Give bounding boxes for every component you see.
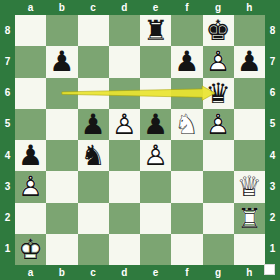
square-c5[interactable]: ♟ xyxy=(78,109,109,140)
file-label-f: f xyxy=(171,265,202,280)
square-f2[interactable] xyxy=(171,203,202,234)
square-b6[interactable] xyxy=(46,78,77,109)
piece-white-queen[interactable]: ♛♕ xyxy=(234,171,265,202)
piece-black-pawn[interactable]: ♟ xyxy=(78,109,109,140)
square-b7[interactable]: ♟ xyxy=(46,46,77,77)
file-label-c: c xyxy=(78,265,109,280)
piece-white-knight[interactable]: ♞♘ xyxy=(171,109,202,140)
rank-label-7: 7 xyxy=(0,46,15,77)
square-e3[interactable] xyxy=(140,171,171,202)
white-pawn-outline: ♙ xyxy=(15,171,46,202)
square-b4[interactable] xyxy=(46,140,77,171)
rank-label-1: 1 xyxy=(265,234,280,265)
square-b1[interactable] xyxy=(46,234,77,265)
square-f5[interactable]: ♞♘ xyxy=(171,109,202,140)
square-e2[interactable] xyxy=(140,203,171,234)
file-label-d: d xyxy=(109,265,140,280)
square-a8[interactable] xyxy=(15,15,46,46)
file-labels-bottom: abcdefgh xyxy=(15,265,265,280)
rank-label-3: 3 xyxy=(265,171,280,202)
white-pawn-outline: ♙ xyxy=(140,140,171,171)
rank-label-3: 3 xyxy=(0,171,15,202)
square-a2[interactable] xyxy=(15,203,46,234)
square-b8[interactable] xyxy=(46,15,77,46)
square-f6[interactable] xyxy=(171,78,202,109)
square-d6[interactable] xyxy=(109,78,140,109)
square-c2[interactable] xyxy=(78,203,109,234)
piece-black-queen[interactable]: ♛ xyxy=(203,78,234,109)
file-labels-top: abcdefgh xyxy=(15,0,265,15)
square-a3[interactable]: ♟♙ xyxy=(15,171,46,202)
black-pawn-glyph: ♟ xyxy=(46,46,77,77)
piece-white-pawn[interactable]: ♟♙ xyxy=(203,109,234,140)
black-pawn-glyph: ♟ xyxy=(78,109,109,140)
black-knight-glyph: ♞ xyxy=(78,140,109,171)
black-pawn-glyph: ♟ xyxy=(140,109,171,140)
square-h4[interactable] xyxy=(234,140,265,171)
piece-black-pawn[interactable]: ♟ xyxy=(234,46,265,77)
square-g1[interactable] xyxy=(203,234,234,265)
file-label-h: h xyxy=(234,265,265,280)
square-g5[interactable]: ♟♙ xyxy=(203,109,234,140)
piece-black-pawn[interactable]: ♟ xyxy=(140,109,171,140)
file-label-a: a xyxy=(15,0,46,15)
square-c6[interactable] xyxy=(78,78,109,109)
rank-label-7: 7 xyxy=(265,46,280,77)
square-d7[interactable] xyxy=(109,46,140,77)
square-d2[interactable] xyxy=(109,203,140,234)
square-g4[interactable] xyxy=(203,140,234,171)
square-f8[interactable] xyxy=(171,15,202,46)
square-b5[interactable] xyxy=(46,109,77,140)
square-e7[interactable] xyxy=(140,46,171,77)
square-d4[interactable] xyxy=(109,140,140,171)
square-a4[interactable]: ♟ xyxy=(15,140,46,171)
square-h3[interactable]: ♛♕ xyxy=(234,171,265,202)
rank-label-5: 5 xyxy=(265,109,280,140)
square-e6[interactable] xyxy=(140,78,171,109)
square-a7[interactable] xyxy=(15,46,46,77)
piece-black-pawn[interactable]: ♟ xyxy=(171,46,202,77)
square-c4[interactable]: ♞ xyxy=(78,140,109,171)
rank-label-6: 6 xyxy=(265,78,280,109)
square-e5[interactable]: ♟ xyxy=(140,109,171,140)
square-h1[interactable] xyxy=(234,234,265,265)
square-e1[interactable] xyxy=(140,234,171,265)
piece-white-pawn[interactable]: ♟♙ xyxy=(109,109,140,140)
white-king-outline: ♔ xyxy=(15,234,46,265)
file-label-g: g xyxy=(203,0,234,15)
white-to-move-indicator xyxy=(264,264,275,275)
white-queen-outline: ♕ xyxy=(234,171,265,202)
black-pawn-glyph: ♟ xyxy=(171,46,202,77)
rank-label-8: 8 xyxy=(265,15,280,46)
chess-diagram: abcdefgh abcdefgh 87654321 87654321 ♜♚♟♟… xyxy=(0,0,280,280)
file-label-h: h xyxy=(234,0,265,15)
piece-white-pawn[interactable]: ♟♙ xyxy=(140,140,171,171)
board[interactable]: ♜♚♟♟♟♙♟♛♟♟♙♟♞♘♟♙♟♞♟♙♟♙♛♕♜♖♚♔ xyxy=(15,15,265,265)
rank-label-8: 8 xyxy=(0,15,15,46)
file-label-b: b xyxy=(46,265,77,280)
white-pawn-outline: ♙ xyxy=(203,109,234,140)
rank-labels-left: 87654321 xyxy=(0,15,15,265)
square-f4[interactable] xyxy=(171,140,202,171)
rank-label-5: 5 xyxy=(0,109,15,140)
square-g2[interactable] xyxy=(203,203,234,234)
square-c1[interactable] xyxy=(78,234,109,265)
square-f3[interactable] xyxy=(171,171,202,202)
rank-label-2: 2 xyxy=(0,203,15,234)
piece-white-rook[interactable]: ♜♖ xyxy=(234,203,265,234)
white-knight-outline: ♘ xyxy=(171,109,202,140)
piece-black-pawn[interactable]: ♟ xyxy=(46,46,77,77)
square-h5[interactable] xyxy=(234,109,265,140)
square-f7[interactable]: ♟ xyxy=(171,46,202,77)
rank-label-4: 4 xyxy=(265,140,280,171)
square-g7[interactable]: ♟♙ xyxy=(203,46,234,77)
piece-white-pawn[interactable]: ♟♙ xyxy=(203,46,234,77)
square-d5[interactable]: ♟♙ xyxy=(109,109,140,140)
square-h8[interactable] xyxy=(234,15,265,46)
square-c8[interactable] xyxy=(78,15,109,46)
black-king-glyph: ♚ xyxy=(203,15,234,46)
square-d3[interactable] xyxy=(109,171,140,202)
black-pawn-glyph: ♟ xyxy=(234,46,265,77)
file-label-e: e xyxy=(140,0,171,15)
white-pawn-outline: ♙ xyxy=(203,46,234,77)
file-label-b: b xyxy=(46,0,77,15)
file-label-g: g xyxy=(203,265,234,280)
square-g6[interactable]: ♛ xyxy=(203,78,234,109)
square-a1[interactable]: ♚♔ xyxy=(15,234,46,265)
square-d8[interactable] xyxy=(109,15,140,46)
black-queen-glyph: ♛ xyxy=(203,78,234,109)
square-b3[interactable] xyxy=(46,171,77,202)
rank-labels-right: 87654321 xyxy=(265,15,280,265)
piece-black-rook[interactable]: ♜ xyxy=(140,15,171,46)
square-b2[interactable] xyxy=(46,203,77,234)
piece-white-king[interactable]: ♚♔ xyxy=(15,234,46,265)
file-label-c: c xyxy=(78,0,109,15)
square-g3[interactable] xyxy=(203,171,234,202)
square-h7[interactable]: ♟ xyxy=(234,46,265,77)
piece-black-king[interactable]: ♚ xyxy=(203,15,234,46)
black-pawn-glyph: ♟ xyxy=(15,140,46,171)
rank-label-2: 2 xyxy=(265,203,280,234)
black-rook-glyph: ♜ xyxy=(140,15,171,46)
white-rook-outline: ♖ xyxy=(234,203,265,234)
square-f1[interactable] xyxy=(171,234,202,265)
square-c3[interactable] xyxy=(78,171,109,202)
rank-label-1: 1 xyxy=(0,234,15,265)
piece-black-pawn[interactable]: ♟ xyxy=(15,140,46,171)
square-d1[interactable] xyxy=(109,234,140,265)
white-pawn-outline: ♙ xyxy=(109,109,140,140)
piece-black-knight[interactable]: ♞ xyxy=(78,140,109,171)
square-c7[interactable] xyxy=(78,46,109,77)
file-label-d: d xyxy=(109,0,140,15)
square-e8[interactable]: ♜ xyxy=(140,15,171,46)
square-g8[interactable]: ♚ xyxy=(203,15,234,46)
file-label-f: f xyxy=(171,0,202,15)
square-h2[interactable]: ♜♖ xyxy=(234,203,265,234)
rank-label-6: 6 xyxy=(0,78,15,109)
square-e4[interactable]: ♟♙ xyxy=(140,140,171,171)
file-label-a: a xyxy=(15,265,46,280)
square-h6[interactable] xyxy=(234,78,265,109)
square-a5[interactable] xyxy=(15,109,46,140)
piece-white-pawn[interactable]: ♟♙ xyxy=(15,171,46,202)
file-label-e: e xyxy=(140,265,171,280)
rank-label-4: 4 xyxy=(0,140,15,171)
square-a6[interactable] xyxy=(15,78,46,109)
